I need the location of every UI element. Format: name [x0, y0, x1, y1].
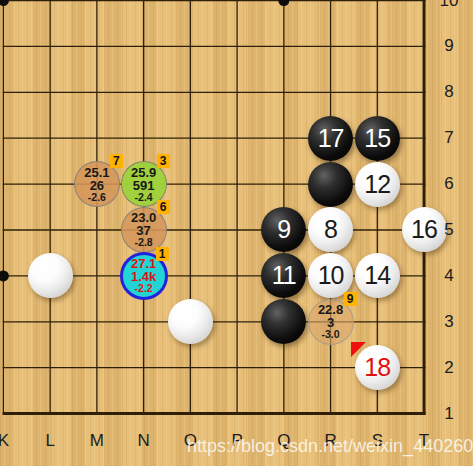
coord-label-col-k: K: [0, 431, 15, 451]
rank-badge: 9: [344, 292, 357, 306]
analysis-hint-m6[interactable]: 25.126-2.67: [74, 161, 120, 207]
move-number: 17: [318, 126, 344, 151]
move-number: 11: [272, 263, 296, 288]
coord-label-row-8: 8: [434, 82, 464, 102]
move-number: 8: [324, 217, 337, 242]
watermark: https://blog.csdn.net/weixin_44026026: [187, 436, 473, 457]
winrate: 25.9: [131, 166, 156, 179]
last-move-marker-icon: [351, 342, 366, 357]
rank-badge: 1: [156, 247, 169, 261]
move-number: 14: [364, 263, 390, 288]
stone-black-q4[interactable]: 11: [261, 253, 306, 298]
stone-white-s2[interactable]: 18: [355, 345, 400, 390]
go-board[interactable]: 91117810151214181625.126-2.6725.9591-2.4…: [0, 0, 473, 466]
stones-layer: 91117810151214181625.126-2.6725.9591-2.4…: [0, 0, 447, 436]
coord-label-col-l: L: [38, 431, 62, 451]
coord-label-row-4: 4: [434, 266, 464, 286]
rank-badge: 6: [157, 200, 170, 214]
coord-label-row-9: 9: [434, 36, 464, 56]
stone-white-l4[interactable]: [28, 253, 73, 298]
coord-label-col-n: N: [132, 431, 156, 451]
visits: 591: [133, 179, 155, 192]
coord-label-col-m: M: [85, 431, 109, 451]
rank-badge: 3: [157, 154, 170, 168]
move-number: 18: [364, 355, 390, 380]
score-lead: -2.2: [135, 283, 153, 294]
stone-black-q5[interactable]: 9: [261, 207, 306, 252]
analysis-hint-n4[interactable]: 27.11.4k-2.21: [120, 252, 168, 300]
coord-label-row-7: 7: [434, 128, 464, 148]
coord-label-row-5: 5: [434, 220, 464, 240]
score-lead: -2.8: [135, 237, 153, 248]
move-number: 10: [318, 263, 344, 288]
score-lead: -3.0: [321, 329, 339, 340]
stone-black-q3[interactable]: [261, 299, 306, 344]
stone-white-o3[interactable]: [168, 299, 213, 344]
stone-white-r5[interactable]: 8: [308, 207, 353, 252]
visits: 26: [90, 179, 104, 192]
stone-white-s4[interactable]: 14: [355, 253, 400, 298]
stone-black-r6[interactable]: [308, 162, 353, 207]
coord-label-row-1: 1: [434, 404, 464, 424]
coord-label-row-3: 3: [434, 312, 464, 332]
move-number: 15: [364, 126, 390, 151]
score-lead: -2.4: [135, 192, 153, 203]
move-number: 12: [364, 172, 390, 197]
stone-white-s6[interactable]: 12: [355, 162, 400, 207]
rank-badge: 7: [110, 154, 123, 168]
score-lead: -2.6: [88, 192, 106, 203]
move-number: 9: [277, 217, 290, 242]
coord-label-row-6: 6: [434, 174, 464, 194]
coord-label-row-2: 2: [434, 358, 464, 378]
winrate: 25.1: [84, 166, 109, 179]
analysis-hint-r3[interactable]: 22.83-3.09: [308, 299, 354, 345]
stone-black-r7[interactable]: 17: [308, 116, 353, 161]
stone-black-s7[interactable]: 15: [355, 116, 400, 161]
coord-label-row-10: 10: [434, 0, 464, 11]
